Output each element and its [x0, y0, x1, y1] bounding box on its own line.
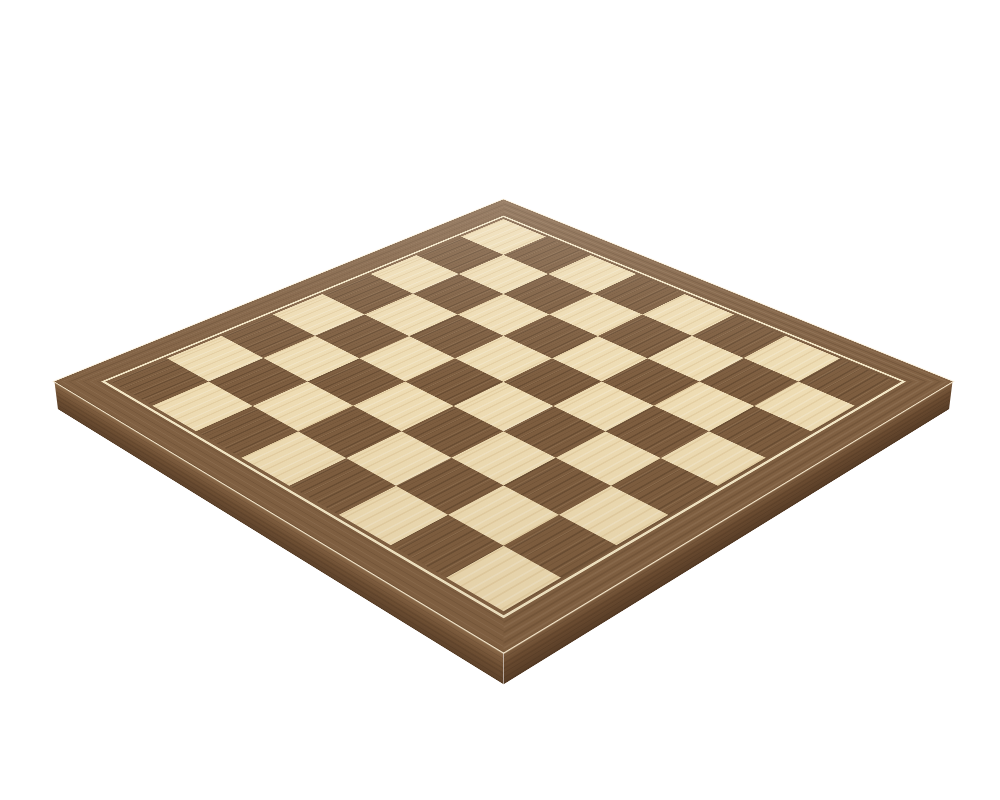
square-g6	[653, 381, 753, 431]
board-squares-grid	[111, 219, 896, 611]
chess-board	[54, 199, 952, 652]
square-h2	[503, 514, 616, 577]
square-h4	[610, 457, 717, 514]
square-e2	[346, 431, 451, 485]
square-h7	[754, 381, 854, 431]
square-b1	[152, 381, 252, 431]
square-e3	[400, 405, 503, 457]
square-c2	[252, 381, 352, 431]
square-c1	[195, 405, 298, 457]
square-f3	[451, 431, 556, 485]
square-f4	[503, 405, 606, 457]
square-h1	[445, 545, 560, 611]
board-top-face	[54, 199, 952, 652]
square-e4	[453, 381, 553, 431]
square-g1	[390, 514, 503, 577]
square-e1	[288, 457, 395, 514]
scene-perspective	[0, 0, 1000, 800]
square-g3	[503, 457, 610, 514]
square-f5	[553, 381, 653, 431]
frame-strip-lower-left	[54, 367, 538, 651]
square-d1	[241, 431, 346, 485]
square-f2	[396, 457, 503, 514]
square-h3	[558, 485, 668, 545]
square-g4	[555, 431, 660, 485]
square-h6	[708, 405, 811, 457]
square-h5	[660, 431, 765, 485]
square-f1	[338, 485, 448, 545]
square-d2	[298, 405, 401, 457]
frame-strip-lower-right	[468, 367, 952, 651]
square-g2	[448, 485, 558, 545]
square-g5	[606, 405, 709, 457]
product-photo-stage: Empty walnut and maple wooden chessboard…	[0, 0, 1000, 800]
square-d3	[353, 381, 453, 431]
